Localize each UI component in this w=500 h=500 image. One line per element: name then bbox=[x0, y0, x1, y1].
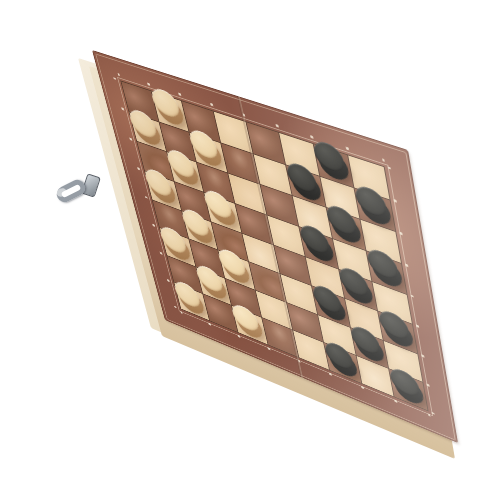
frame-dot bbox=[167, 279, 170, 282]
frame-dot bbox=[346, 147, 349, 150]
frame-dot bbox=[382, 158, 385, 161]
frame-dot bbox=[310, 135, 313, 138]
frame-dot bbox=[117, 73, 120, 76]
frame-dot bbox=[178, 93, 181, 96]
frame-dot bbox=[388, 166, 391, 169]
frame-dot bbox=[411, 294, 414, 297]
frame-dot bbox=[405, 263, 408, 266]
frame-dot bbox=[428, 413, 431, 416]
frame-dot bbox=[113, 77, 116, 80]
frame-dot bbox=[209, 323, 212, 326]
frame-dot bbox=[147, 83, 150, 86]
frame-dot bbox=[160, 252, 163, 255]
frame-dot bbox=[129, 138, 132, 141]
frame-dot bbox=[361, 386, 364, 389]
frame-dot bbox=[432, 412, 435, 415]
frame-dot bbox=[174, 306, 177, 309]
frame-dot bbox=[298, 360, 301, 363]
checkers-board bbox=[92, 50, 458, 443]
frame-dot bbox=[276, 124, 279, 127]
frame-dot bbox=[242, 113, 245, 116]
frame-dot bbox=[152, 224, 155, 227]
frame-dot bbox=[267, 347, 270, 350]
frame-dot bbox=[394, 199, 397, 202]
frame-dot bbox=[180, 311, 183, 314]
frame-dot bbox=[421, 354, 424, 357]
frame-dot bbox=[121, 108, 124, 111]
frame-dot bbox=[426, 383, 429, 386]
frame-dot bbox=[329, 373, 332, 376]
frame-dot bbox=[137, 167, 140, 170]
frame-dot bbox=[238, 335, 241, 338]
frame-dot bbox=[210, 103, 213, 106]
frame-dot bbox=[394, 400, 397, 403]
board-grid bbox=[120, 80, 428, 411]
frame-dot bbox=[416, 325, 419, 328]
frame-dot bbox=[399, 232, 402, 235]
product-photo-stage bbox=[0, 0, 500, 500]
frame-dot bbox=[145, 196, 148, 199]
clasp-loop-icon bbox=[54, 177, 88, 205]
